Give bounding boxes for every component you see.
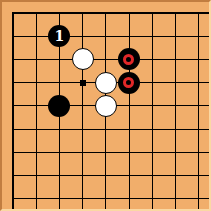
intersection — [94, 71, 117, 94]
intersection — [187, 117, 210, 140]
move-number-label: 1 — [55, 29, 65, 43]
intersection — [94, 117, 117, 140]
intersection — [187, 94, 210, 117]
intersection — [187, 48, 210, 71]
intersection — [117, 141, 140, 164]
intersection — [94, 187, 117, 210]
intersection — [1, 141, 24, 164]
intersection — [141, 48, 164, 71]
intersection — [141, 94, 164, 117]
intersection — [25, 71, 48, 94]
intersection — [141, 164, 164, 187]
intersection — [1, 1, 24, 24]
white-stone — [95, 95, 117, 117]
intersection — [94, 164, 117, 187]
intersection — [164, 141, 187, 164]
intersection — [48, 164, 71, 187]
intersection — [71, 1, 94, 24]
intersection — [141, 1, 164, 24]
intersection — [71, 25, 94, 48]
intersection — [141, 141, 164, 164]
intersection — [25, 94, 48, 117]
intersection — [94, 48, 117, 71]
intersection — [187, 1, 210, 24]
white-stone — [72, 48, 94, 70]
intersection — [48, 71, 71, 94]
intersection — [71, 141, 94, 164]
intersection — [164, 117, 187, 140]
intersection — [187, 187, 210, 210]
go-board: 1 — [0, 0, 211, 211]
intersection — [1, 94, 24, 117]
intersection — [141, 25, 164, 48]
intersection — [187, 71, 210, 94]
intersection — [187, 164, 210, 187]
intersection — [1, 164, 24, 187]
intersection — [1, 25, 24, 48]
intersection — [71, 71, 94, 94]
intersection — [48, 117, 71, 140]
intersection — [71, 117, 94, 140]
intersection — [187, 25, 210, 48]
intersection — [164, 25, 187, 48]
intersection — [117, 48, 140, 71]
intersection — [1, 187, 24, 210]
intersection — [71, 187, 94, 210]
intersection — [48, 48, 71, 71]
intersection — [164, 48, 187, 71]
intersection — [94, 25, 117, 48]
circle-mark-icon — [123, 54, 134, 65]
intersection — [164, 71, 187, 94]
intersection — [94, 94, 117, 117]
intersection — [164, 1, 187, 24]
intersection — [164, 94, 187, 117]
intersection — [25, 187, 48, 210]
black-stone — [118, 72, 140, 94]
intersection — [25, 1, 48, 24]
intersection — [71, 48, 94, 71]
intersection — [141, 187, 164, 210]
intersection — [94, 141, 117, 164]
board-grid: 1 — [1, 1, 210, 210]
intersection — [48, 187, 71, 210]
intersection — [1, 71, 24, 94]
intersection — [25, 48, 48, 71]
intersection — [71, 164, 94, 187]
intersection — [187, 141, 210, 164]
intersection — [25, 117, 48, 140]
intersection — [25, 141, 48, 164]
intersection — [164, 187, 187, 210]
intersection: 1 — [48, 25, 71, 48]
intersection — [141, 71, 164, 94]
hoshi-star-point — [80, 80, 86, 86]
intersection — [117, 25, 140, 48]
intersection — [1, 117, 24, 140]
black-stone — [48, 95, 70, 117]
black-stone: 1 — [48, 25, 70, 47]
intersection — [117, 1, 140, 24]
intersection — [25, 25, 48, 48]
circle-mark-icon — [123, 77, 134, 88]
intersection — [71, 94, 94, 117]
white-stone — [95, 72, 117, 94]
black-stone — [118, 48, 140, 70]
intersection — [117, 117, 140, 140]
intersection — [117, 94, 140, 117]
intersection — [117, 71, 140, 94]
intersection — [164, 164, 187, 187]
intersection — [48, 94, 71, 117]
intersection — [117, 164, 140, 187]
intersection — [94, 1, 117, 24]
intersection — [117, 187, 140, 210]
intersection — [48, 141, 71, 164]
intersection — [48, 1, 71, 24]
intersection — [141, 117, 164, 140]
intersection — [25, 164, 48, 187]
intersection — [1, 48, 24, 71]
